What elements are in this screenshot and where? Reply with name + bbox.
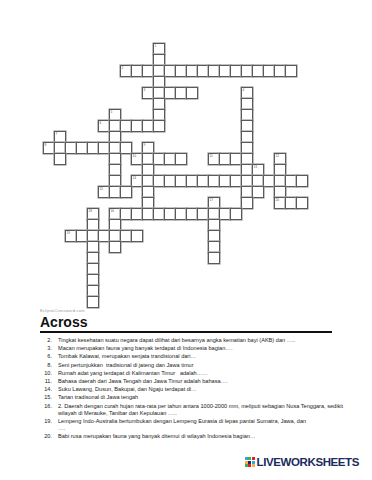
clue-row-text: Tingkat kesehatan suatu negara dapat dil… xyxy=(58,337,360,344)
crossword-grid: 1234567891011121314151720181619 xyxy=(0,0,372,310)
clue-row: 15.Tarian tradisonal di Jawa tengah xyxy=(40,394,360,401)
clue-number: 7 xyxy=(56,132,58,136)
clue-row-number: 10. xyxy=(40,370,52,377)
clue-number: 2 xyxy=(122,66,124,70)
grid-cell[interactable] xyxy=(175,153,187,165)
clue-row: 19.Lempeng Indo-Australia bertumbukan de… xyxy=(40,418,360,432)
worksheet-page: 1234567891011121314151720181619 EclipseC… xyxy=(0,0,372,480)
clue-row: 6.Tombak Kalawai, merupakan senjata tran… xyxy=(40,353,360,360)
clue-number: 5 xyxy=(111,110,113,114)
clue-row-number: 11. xyxy=(40,378,52,385)
clue-row: 11.Bahasa daerah dari Jawa Tengah dan Ja… xyxy=(40,378,360,385)
liveworksheets-logo-text: LIVEWORKSHEETS xyxy=(257,456,359,468)
grid-cell[interactable] xyxy=(131,230,143,242)
liveworksheets-footer[interactable]: LIVEWORKSHEETS xyxy=(245,456,359,468)
clue-row-text: Tombak Kalawai, merupakan senjata trandi… xyxy=(58,353,360,360)
grid-cell[interactable] xyxy=(54,153,66,165)
clue-row-number: 8. xyxy=(40,362,52,369)
grid-cell[interactable] xyxy=(120,186,132,198)
clue-number: 11 xyxy=(210,154,213,158)
clue-number: 14 xyxy=(133,176,137,180)
clue-row-number: 19. xyxy=(40,418,52,425)
clue-row-number: 6. xyxy=(40,353,52,360)
clue-row-number: 20. xyxy=(40,433,52,440)
grid-cell[interactable] xyxy=(296,197,308,209)
clue-row-text: Suku Lawang, Dusun, Bakupai, dan Ngaju t… xyxy=(58,386,360,393)
clue-number: 6 xyxy=(100,121,102,125)
clue-row-text: Bahasa daerah dari Jawa Tengah dan Jawa … xyxy=(58,378,360,385)
grid-cell[interactable] xyxy=(230,208,242,220)
clue-row-text: Lempeng Indo-Australia bertumbukan denga… xyxy=(58,418,360,432)
clue-number: 17 xyxy=(210,198,214,202)
clue-row-text: Rumah adat yang terdapat di Kalimantan T… xyxy=(58,370,360,377)
clue-number: 16 xyxy=(111,209,115,213)
across-heading: Across xyxy=(40,314,87,330)
clue-number: 1 xyxy=(155,44,157,48)
clue-row-text: Macan merupakan fauna yang banyak terdap… xyxy=(58,345,360,352)
clue-row-text: Tarian tradisonal di Jawa tengah xyxy=(58,394,360,401)
across-clue-list: 2.Tingkat kesehatan suatu negara dapat d… xyxy=(40,337,360,441)
clue-number: 20 xyxy=(276,198,280,202)
clue-number: 19 xyxy=(67,231,71,235)
grid-cell[interactable] xyxy=(109,241,121,253)
grid-cell[interactable] xyxy=(241,197,253,209)
grid-cell[interactable] xyxy=(208,252,220,264)
grid-cell[interactable] xyxy=(252,186,264,198)
clue-row-number: 15. xyxy=(40,394,52,401)
clue-number: 12 xyxy=(276,154,280,158)
clue-number: 4 xyxy=(243,88,245,92)
clue-number: 3 xyxy=(144,88,146,92)
heading-divider xyxy=(40,331,332,333)
grid-cell[interactable] xyxy=(285,65,297,77)
clue-number: 9 xyxy=(144,143,146,147)
clue-row: 14.Suku Lawang, Dusun, Bakupai, dan Ngaj… xyxy=(40,386,360,393)
grid-cell[interactable] xyxy=(153,120,165,132)
grid-cell[interactable] xyxy=(186,87,198,99)
clue-row-number: 2. xyxy=(40,337,52,344)
grid-cell[interactable] xyxy=(296,175,308,187)
clue-row: 3.Macan merupakan fauna yang banyak terd… xyxy=(40,345,360,352)
clue-row: 16.2. Daerah dengan curah hujan rata-rat… xyxy=(40,403,360,417)
clue-row-number: 16. xyxy=(40,403,52,410)
logo-icon-square xyxy=(252,464,255,467)
liveworksheets-logo-icon xyxy=(245,457,255,467)
clue-row: 10.Rumah adat yang terdapat di Kalimanta… xyxy=(40,370,360,377)
clue-row-number: 3. xyxy=(40,345,52,352)
clue-number: 10 xyxy=(133,154,137,158)
clue-row: 20.Babi rusa merupakan fauna yang banyak… xyxy=(40,433,360,440)
clue-number: 18 xyxy=(89,209,93,213)
clue-row-text: Seni pertunjukkan tradisional di jateng … xyxy=(58,362,360,369)
clue-number: 15 xyxy=(100,187,104,191)
clue-row-text: 2. Daerah dengan curah hujan rata-rata p… xyxy=(58,403,360,417)
clue-row-number: 14. xyxy=(40,386,52,393)
clue-number: 13 xyxy=(254,165,258,169)
clue-number: 8 xyxy=(45,143,47,147)
clue-row: 2.Tingkat kesehatan suatu negara dapat d… xyxy=(40,337,360,344)
eclipsecrossword-watermark: EclipseCrossword.com xyxy=(40,308,85,313)
clue-row-text: Babi rusa merupakan fauna yang banyak di… xyxy=(58,433,360,440)
grid-cell[interactable] xyxy=(87,296,99,308)
clue-row: 8.Seni pertunjukkan tradisional di jaten… xyxy=(40,362,360,369)
